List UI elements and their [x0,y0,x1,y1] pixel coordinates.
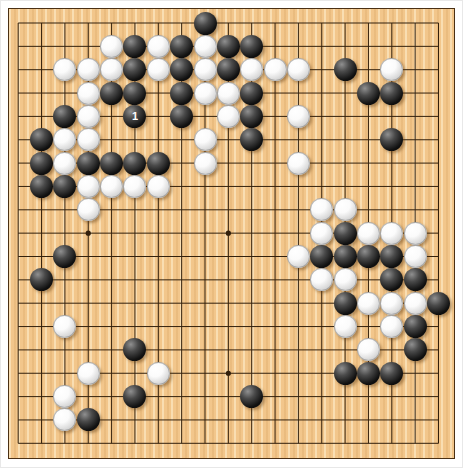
screenshot-root: { "game": "go", "board": { "size": 19, "… [0,0,463,468]
white-stone[interactable] [357,222,380,245]
white-stone[interactable] [404,245,427,268]
black-stone[interactable] [170,105,193,128]
black-stone[interactable] [123,152,146,175]
black-stone[interactable] [77,152,100,175]
white-stone[interactable] [147,35,170,58]
black-stone[interactable] [357,245,380,268]
white-stone[interactable] [147,58,170,81]
white-stone[interactable] [404,222,427,245]
white-stone[interactable] [194,128,217,151]
black-stone[interactable] [100,152,123,175]
black-stone[interactable] [334,292,357,315]
black-stone[interactable] [100,82,123,105]
white-stone[interactable] [287,105,310,128]
white-stone[interactable] [287,58,310,81]
star-point [226,231,231,236]
black-stone[interactable] [334,362,357,385]
white-stone[interactable] [77,198,100,221]
white-stone[interactable] [287,152,310,175]
white-stone[interactable] [77,58,100,81]
white-stone[interactable] [334,315,357,338]
black-stone[interactable] [404,315,427,338]
white-stone[interactable] [77,82,100,105]
white-stone[interactable] [217,82,240,105]
black-stone[interactable] [240,82,263,105]
black-stone[interactable] [217,35,240,58]
black-stone[interactable] [404,268,427,291]
white-stone[interactable] [287,245,310,268]
black-stone[interactable] [194,12,217,35]
white-stone[interactable] [53,152,76,175]
black-stone[interactable] [30,152,53,175]
black-stone[interactable] [30,175,53,198]
white-stone[interactable] [334,198,357,221]
black-stone[interactable] [404,338,427,361]
white-stone[interactable] [194,82,217,105]
black-stone[interactable] [240,105,263,128]
white-stone[interactable] [217,105,240,128]
white-stone[interactable] [404,292,427,315]
white-stone[interactable] [334,268,357,291]
go-board[interactable]: 1 [8,8,455,459]
black-stone[interactable] [357,82,380,105]
white-stone[interactable] [77,175,100,198]
white-stone[interactable] [100,175,123,198]
white-stone[interactable] [77,362,100,385]
black-stone[interactable] [357,362,380,385]
white-stone[interactable] [147,362,170,385]
white-stone[interactable] [194,35,217,58]
black-stone[interactable] [334,222,357,245]
white-stone[interactable] [77,105,100,128]
black-stone[interactable] [170,35,193,58]
white-stone[interactable] [380,222,403,245]
white-stone[interactable] [194,152,217,175]
white-stone[interactable] [77,128,100,151]
move-number-label: 1 [132,111,138,122]
black-stone[interactable] [170,82,193,105]
white-stone[interactable] [100,35,123,58]
black-stone[interactable] [380,82,403,105]
black-stone[interactable] [334,245,357,268]
black-stone[interactable] [427,292,450,315]
white-stone[interactable] [380,292,403,315]
black-stone[interactable] [334,58,357,81]
white-stone[interactable] [147,175,170,198]
black-stone[interactable] [123,82,146,105]
white-stone[interactable] [264,58,287,81]
white-stone[interactable] [357,292,380,315]
black-stone[interactable] [147,152,170,175]
star-point [86,231,91,236]
white-stone[interactable] [310,222,333,245]
black-stone[interactable] [240,35,263,58]
white-stone[interactable] [194,58,217,81]
black-stone[interactable] [217,58,240,81]
black-stone[interactable] [380,362,403,385]
star-point [226,371,231,376]
